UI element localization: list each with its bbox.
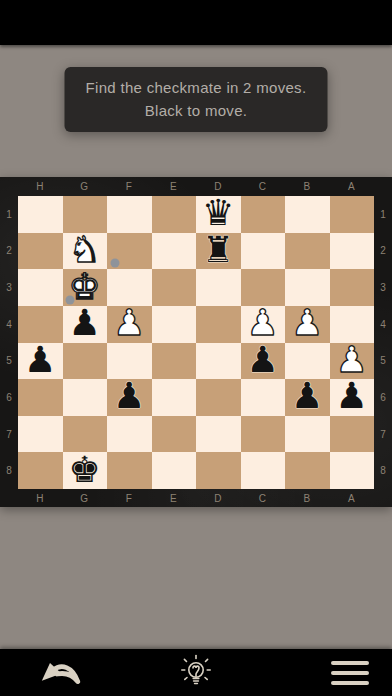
square-d6[interactable] [196, 379, 241, 416]
square-d5[interactable] [196, 343, 241, 380]
file-label-top-c: C [241, 177, 286, 196]
bottom-toolbar [0, 649, 392, 696]
file-labels-top: HGFEDCBA [18, 177, 374, 196]
file-label-bottom-d: D [196, 489, 241, 507]
square-a8[interactable] [330, 452, 375, 489]
square-e3[interactable] [152, 269, 197, 306]
square-c2[interactable] [241, 233, 286, 270]
square-f8[interactable] [107, 452, 152, 489]
square-c8[interactable] [241, 452, 286, 489]
square-b5[interactable] [285, 343, 330, 380]
square-b7[interactable] [285, 416, 330, 453]
square-d8[interactable] [196, 452, 241, 489]
square-c1[interactable] [241, 196, 286, 233]
rank-label-right-5: 5 [374, 343, 392, 380]
square-c4[interactable]: ♟ [241, 306, 286, 343]
square-b3[interactable] [285, 269, 330, 306]
rank-label-left-2: 2 [0, 233, 18, 270]
piece-wn-g2[interactable]: ♞ [69, 232, 101, 268]
rank-label-right-8: 8 [374, 452, 392, 489]
square-b4[interactable]: ♟ [285, 306, 330, 343]
square-c5[interactable]: ♟ [241, 343, 286, 380]
status-bar [0, 0, 392, 45]
square-a2[interactable] [330, 233, 375, 270]
square-c3[interactable] [241, 269, 286, 306]
rank-label-right-6: 6 [374, 379, 392, 416]
square-b8[interactable] [285, 452, 330, 489]
square-c6[interactable] [241, 379, 286, 416]
square-h4[interactable] [18, 306, 63, 343]
square-g2[interactable]: ♞ [63, 233, 108, 270]
square-g6[interactable] [63, 379, 108, 416]
square-a3[interactable] [330, 269, 375, 306]
square-e2[interactable] [152, 233, 197, 270]
square-g1[interactable] [63, 196, 108, 233]
square-g8[interactable]: ♚ [63, 452, 108, 489]
file-label-top-h: H [18, 177, 63, 196]
square-f7[interactable] [107, 416, 152, 453]
file-label-bottom-h: H [18, 489, 63, 507]
file-label-top-f: F [107, 177, 152, 196]
piece-bp-g4[interactable]: ♟ [69, 305, 101, 341]
file-label-bottom-f: F [107, 489, 152, 507]
square-b1[interactable] [285, 196, 330, 233]
square-b6[interactable]: ♟ [285, 379, 330, 416]
square-e5[interactable] [152, 343, 197, 380]
square-d7[interactable] [196, 416, 241, 453]
undo-button[interactable] [31, 649, 91, 696]
rank-label-right-2: 2 [374, 233, 392, 270]
square-f1[interactable] [107, 196, 152, 233]
square-g5[interactable] [63, 343, 108, 380]
square-g4[interactable]: ♟ [63, 306, 108, 343]
square-a1[interactable] [330, 196, 375, 233]
file-label-bottom-e: E [152, 489, 197, 507]
marker-dot-f2 [110, 259, 119, 268]
square-d1[interactable]: ♛ [196, 196, 241, 233]
piece-bp-c5[interactable]: ♟ [247, 342, 279, 378]
rank-labels-right: 12345678 [374, 196, 392, 489]
rank-label-left-6: 6 [0, 379, 18, 416]
rank-label-right-3: 3 [374, 269, 392, 306]
square-a6[interactable]: ♟ [330, 379, 375, 416]
square-e7[interactable] [152, 416, 197, 453]
square-e1[interactable] [152, 196, 197, 233]
piece-bq-d1[interactable]: ♛ [202, 195, 234, 231]
piece-wp-b4[interactable]: ♟ [291, 305, 323, 341]
square-g7[interactable] [63, 416, 108, 453]
square-d3[interactable] [196, 269, 241, 306]
square-e8[interactable] [152, 452, 197, 489]
piece-bp-f6[interactable]: ♟ [113, 378, 145, 414]
square-g3[interactable]: ♚ [63, 269, 108, 306]
square-h6[interactable] [18, 379, 63, 416]
square-b2[interactable] [285, 233, 330, 270]
rank-label-left-5: 5 [0, 343, 18, 380]
square-a4[interactable] [330, 306, 375, 343]
piece-br-d2[interactable]: ♜ [202, 232, 234, 268]
square-c7[interactable] [241, 416, 286, 453]
rank-label-right-4: 4 [374, 306, 392, 343]
hint-button[interactable] [166, 649, 226, 696]
lightbulb-icon [178, 654, 214, 692]
app-screen: Find the checkmate in 2 moves. Black to … [0, 0, 392, 696]
file-labels-bottom: HGFEDCBA [18, 489, 374, 507]
piece-wp-c4[interactable]: ♟ [247, 305, 279, 341]
square-a7[interactable] [330, 416, 375, 453]
piece-bk-g8[interactable]: ♚ [69, 452, 101, 488]
square-h8[interactable] [18, 452, 63, 489]
board-grid: ♛♞♜♚♟♟♟♟♟♟♟♟♟♟♚ [18, 196, 374, 489]
hamburger-menu-icon [331, 661, 369, 685]
square-h1[interactable] [18, 196, 63, 233]
file-label-bottom-c: C [241, 489, 286, 507]
file-label-top-a: A [330, 177, 375, 196]
chess-board: HGFEDCBA HGFEDCBA 12345678 12345678 ♛♞♜♚… [0, 177, 392, 507]
square-f3[interactable] [107, 269, 152, 306]
piece-wp-a5[interactable]: ♟ [336, 342, 368, 378]
square-h2[interactable] [18, 233, 63, 270]
side-to-move-label: Black to move. [75, 99, 318, 122]
rank-labels-left: 12345678 [0, 196, 18, 489]
file-label-bottom-a: A [330, 489, 375, 507]
menu-button[interactable] [320, 649, 380, 696]
file-label-top-e: E [152, 177, 197, 196]
puzzle-instruction: Find the checkmate in 2 moves. [75, 76, 318, 99]
file-label-bottom-b: B [285, 489, 330, 507]
puzzle-banner: Find the checkmate in 2 moves. Black to … [65, 67, 328, 132]
undo-icon [38, 657, 84, 689]
square-h5[interactable]: ♟ [18, 343, 63, 380]
file-label-top-g: G [63, 177, 108, 196]
square-f4[interactable]: ♟ [107, 306, 152, 343]
square-e6[interactable] [152, 379, 197, 416]
square-h3[interactable] [18, 269, 63, 306]
rank-label-left-1: 1 [0, 196, 18, 233]
rank-label-right-1: 1 [374, 196, 392, 233]
square-f2[interactable] [107, 233, 152, 270]
piece-bp-h5[interactable]: ♟ [24, 342, 56, 378]
rank-label-left-8: 8 [0, 452, 18, 489]
square-d2[interactable]: ♜ [196, 233, 241, 270]
piece-bp-b6[interactable]: ♟ [291, 378, 323, 414]
square-e4[interactable] [152, 306, 197, 343]
piece-wp-f4[interactable]: ♟ [113, 305, 145, 341]
piece-bp-a6[interactable]: ♟ [336, 378, 368, 414]
square-d4[interactable] [196, 306, 241, 343]
square-h7[interactable] [18, 416, 63, 453]
rank-label-left-3: 3 [0, 269, 18, 306]
square-a5[interactable]: ♟ [330, 343, 375, 380]
square-f6[interactable]: ♟ [107, 379, 152, 416]
file-label-bottom-g: G [63, 489, 108, 507]
rank-label-right-7: 7 [374, 416, 392, 453]
square-f5[interactable] [107, 343, 152, 380]
file-label-top-b: B [285, 177, 330, 196]
rank-label-left-7: 7 [0, 416, 18, 453]
rank-label-left-4: 4 [0, 306, 18, 343]
